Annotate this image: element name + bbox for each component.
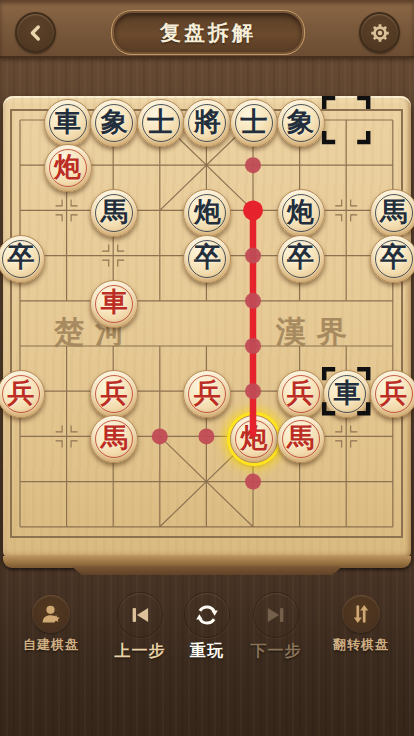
piece-black-象[interactable]: 象 [277,99,325,147]
piece-red-馬[interactable]: 馬 [90,415,138,463]
flip-board-icon-circle[interactable] [342,595,380,633]
piece-black-卒[interactable]: 卒 [0,235,45,283]
next-step-icon [263,602,289,628]
pieces-layer: 車象士將士象炮馬炮炮馬卒卒卒卒車兵兵兵兵車兵馬炮馬 [3,96,411,558]
piece-black-士[interactable]: 士 [137,99,185,147]
top-bar: 复盘拆解 [0,0,414,58]
person-star-icon [39,602,63,626]
piece-glyph: 馬 [380,199,407,226]
bottom-toolbar: 自建棋盘 上一步 重玩 下一步 翻转棋盘 [0,592,414,656]
app-screen: { "game": "xiangqi", "position": "1rbaka… [0,0,414,736]
toolbar-button-person-star[interactable]: 自建棋盘 [7,592,95,654]
page-title: 复盘拆解 [160,19,256,47]
piece-black-卒[interactable]: 卒 [277,235,325,283]
piece-glyph: 炮 [241,425,268,452]
piece-red-兵[interactable]: 兵 [370,370,414,418]
piece-glyph: 馬 [101,199,128,226]
piece-glyph: 卒 [287,244,314,271]
piece-glyph: 卒 [380,244,407,271]
piece-red-兵[interactable]: 兵 [0,370,45,418]
replay-icon [194,602,220,628]
piece-red-兵[interactable]: 兵 [183,370,231,418]
piece-glyph: 炮 [54,154,81,181]
person-star-icon-circle[interactable] [32,595,70,633]
piece-glyph: 馬 [287,425,314,452]
prev-step-icon-circle[interactable] [117,592,163,638]
piece-glyph: 炮 [194,199,221,226]
piece-glyph: 兵 [8,380,35,407]
toolbar-label: 下一步 [232,641,320,662]
chevron-left-icon [25,22,47,44]
board-base-tab [71,566,343,575]
piece-glyph: 車 [334,380,361,407]
piece-glyph: 兵 [194,380,221,407]
piece-red-炮[interactable]: 炮 [44,144,92,192]
flip-board-icon [349,602,373,626]
piece-black-士[interactable]: 士 [230,99,278,147]
toolbar-button-next-step: 下一步 [232,592,320,662]
back-button[interactable] [15,12,56,53]
piece-red-炮[interactable]: 炮 [230,415,278,463]
piece-black-炮[interactable]: 炮 [277,189,325,237]
piece-black-馬[interactable]: 馬 [370,189,414,237]
title-pill: 复盘拆解 [112,11,304,54]
piece-black-車[interactable]: 車 [323,370,371,418]
gear-icon [369,22,391,44]
piece-glyph: 卒 [8,244,35,271]
piece-black-馬[interactable]: 馬 [90,189,138,237]
piece-red-兵[interactable]: 兵 [90,370,138,418]
piece-glyph: 將 [194,109,221,136]
piece-black-炮[interactable]: 炮 [183,189,231,237]
piece-glyph: 炮 [287,199,314,226]
toolbar-label: 自建棋盘 [7,636,95,654]
piece-glyph: 兵 [101,380,128,407]
piece-red-兵[interactable]: 兵 [277,370,325,418]
piece-glyph: 象 [101,109,128,136]
piece-black-卒[interactable]: 卒 [370,235,414,283]
piece-glyph: 象 [287,109,314,136]
piece-black-象[interactable]: 象 [90,99,138,147]
piece-glyph: 兵 [287,380,314,407]
piece-black-車[interactable]: 車 [44,99,92,147]
piece-glyph: 士 [147,109,174,136]
piece-glyph: 士 [241,109,268,136]
piece-red-車[interactable]: 車 [90,280,138,328]
piece-glyph: 車 [54,109,81,136]
piece-glyph: 兵 [380,380,407,407]
replay-icon-circle[interactable] [184,592,230,638]
piece-glyph: 馬 [101,425,128,452]
next-step-icon-circle[interactable] [253,592,299,638]
previous-step-icon [127,602,153,628]
piece-red-馬[interactable]: 馬 [277,415,325,463]
piece-black-將[interactable]: 將 [183,99,231,147]
piece-black-卒[interactable]: 卒 [183,235,231,283]
toolbar-label: 翻转棋盘 [317,636,405,654]
piece-glyph: 車 [101,289,128,316]
toolbar-button-flip-board[interactable]: 翻转棋盘 [317,592,405,654]
piece-glyph: 卒 [194,244,221,271]
xiangqi-board[interactable]: 楚河 漢界 車象士將士象炮馬炮炮馬卒卒卒卒車兵兵兵兵車兵馬炮馬 [3,96,411,558]
settings-button[interactable] [359,12,400,53]
